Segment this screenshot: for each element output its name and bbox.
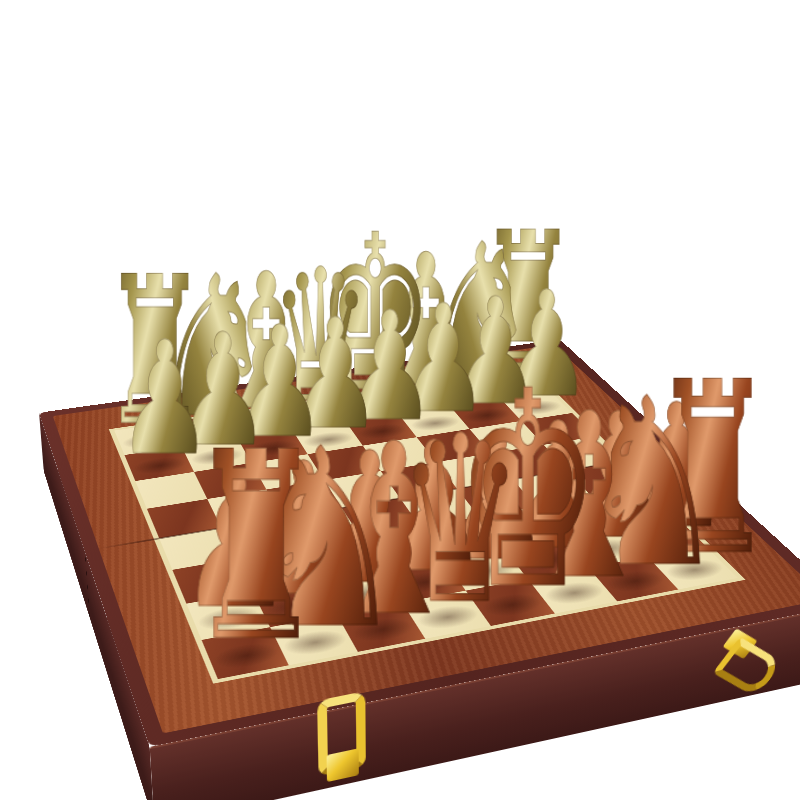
gold-clasp-plate: [327, 748, 359, 782]
rook-glyph-icon: ♜: [189, 418, 324, 677]
white-rook-piece[interactable]: ♜: [109, 418, 402, 677]
product-photo-scene: ♜♞♝♛♚♝♞♜♟♟♟♟♟♟♟♟♟♟♟♟♟♟♟♟♜♞♝♛♚♝♞♜: [0, 0, 800, 800]
chess-box: ♜♞♝♛♚♝♞♜♟♟♟♟♟♟♟♟♟♟♟♟♟♟♟♟♜♞♝♛♚♝♞♜: [44, 394, 800, 800]
